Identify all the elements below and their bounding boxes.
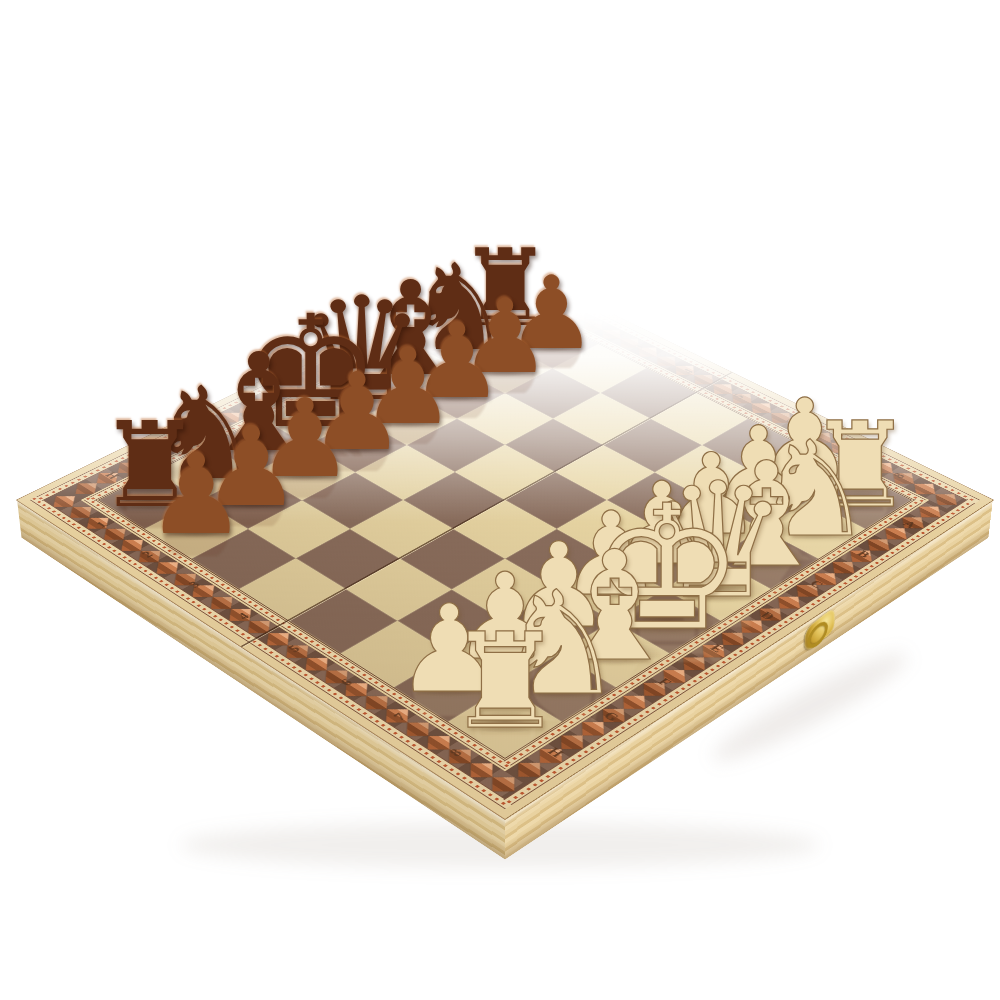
copper-diamond-inlay (239, 403, 258, 413)
copper-diamond-inlay (850, 550, 872, 561)
copper-diamond-inlay (326, 670, 348, 683)
copper-diamond-inlay (75, 483, 96, 493)
coordinate-label-F: F (653, 675, 677, 690)
square-f6 (452, 558, 558, 620)
copper-diamond-inlay (366, 696, 388, 709)
square-d7 (610, 529, 715, 589)
copper-diamond-inlay (407, 722, 429, 735)
coordinate-label-E: E (705, 641, 729, 655)
copper-diamond-inlay (623, 696, 645, 709)
copper-diamond-inlay (493, 777, 515, 791)
copper-diamond-inlay (919, 506, 941, 517)
copper-diamond-inlay (567, 312, 585, 321)
copper-diamond-inlay (663, 670, 685, 683)
border-dotted-strip (503, 499, 922, 765)
copper-diamond-inlay (914, 484, 935, 494)
square-b8 (763, 500, 866, 558)
coordinate-label-A: A (898, 518, 920, 531)
copper-diamond-inlay (499, 278, 516, 286)
copper-diamond-inlay (539, 749, 561, 763)
copper-diamond-inlay (778, 596, 800, 608)
square-e7 (558, 558, 664, 620)
copper-diamond-inlay (852, 453, 873, 463)
coordinate-label-1: 1 (90, 518, 112, 531)
copper-diamond-inlay (122, 540, 144, 551)
border-dotted-strip (30, 496, 513, 809)
coordinate-label-H: H (543, 745, 568, 761)
square-g6 (397, 589, 505, 653)
square-c7 (660, 500, 763, 558)
copper-diamond-inlay (832, 562, 854, 573)
copper-diamond-inlay (814, 573, 836, 585)
square-g7 (450, 621, 560, 687)
copper-diamond-inlay (516, 286, 533, 294)
square-h3 (191, 529, 296, 589)
coordinate-label-3: 3 (183, 578, 206, 591)
coordinate-label-6: 6 (334, 675, 358, 690)
square-h7 (393, 653, 505, 722)
square-g5 (346, 558, 452, 620)
copper-diamond-inlay (683, 657, 705, 670)
square-h2 (144, 500, 247, 558)
coordinate-label-7: 7 (388, 709, 412, 724)
product-photo-stage: 1234567812345678ABCDEFGHABCDEFGH ♜♜♟♟♟♟♜… (0, 0, 1000, 1000)
copper-diamond-inlay (603, 330, 621, 339)
copper-diamond-inlay (752, 403, 771, 413)
copper-diamond-inlay (248, 621, 270, 633)
copper-diamond-inlay (643, 683, 665, 696)
copper-diamond-inlay (561, 735, 583, 749)
square-h4 (239, 558, 345, 620)
copper-diamond-inlay (902, 517, 924, 528)
copper-diamond-inlay (796, 585, 818, 597)
copper-diamond-inlay (306, 658, 328, 671)
copper-diamond-inlay (139, 551, 161, 562)
copper-diamond-inlay (867, 539, 889, 550)
border-dotted-strip (84, 496, 513, 769)
copper-diamond-inlay (478, 286, 495, 294)
copper-diamond-inlay (211, 597, 233, 609)
coordinate-label-C: C (805, 578, 828, 591)
copper-diamond-inlay (157, 562, 179, 573)
copper-diamond-inlay (138, 452, 159, 462)
coordinate-label-2: 2 (136, 548, 159, 561)
chess-board: 1234567812345678ABCDEFGHABCDEFGH (17, 262, 993, 819)
square-h8 (448, 687, 561, 758)
copper-diamond-inlay (426, 312, 444, 321)
square-f7 (505, 589, 613, 653)
copper-diamond-inlay (872, 463, 893, 473)
copper-diamond-inlay (335, 356, 353, 365)
copper-diamond-inlay (471, 763, 493, 777)
square-g4 (296, 529, 401, 589)
copper-diamond-inlay (713, 384, 732, 393)
copper-diamond-inlay (518, 763, 540, 777)
coordinate-label-4: 4 (232, 609, 255, 623)
copper-diamond-inlay (759, 608, 781, 620)
copper-diamond-inlay (230, 609, 252, 621)
square-f8 (560, 621, 670, 687)
square-d8 (664, 558, 770, 620)
square-h5 (289, 589, 397, 653)
copper-diamond-inlay (811, 433, 831, 443)
square-d6 (557, 500, 660, 558)
copper-diamond-inlay (582, 722, 604, 735)
coordinate-label-B: B (852, 548, 875, 561)
copper-diamond-inlay (657, 356, 675, 365)
copper-diamond-inlay (278, 384, 297, 393)
copper-diamond-inlay (449, 749, 471, 763)
border-diamond-strip: 12345678 (44, 490, 526, 799)
border-dotted-strip (503, 499, 975, 805)
copper-diamond-inlay (387, 709, 409, 722)
copper-diamond-inlay (104, 529, 126, 540)
copper-diamond-inlay (346, 683, 368, 696)
copper-diamond-inlay (54, 496, 75, 507)
copper-diamond-inlay (702, 645, 724, 657)
coordinate-label-5: 5 (282, 641, 306, 655)
copper-diamond-inlay (175, 574, 197, 586)
coordinate-label-G: G (598, 709, 622, 724)
coordinate-label-8: 8 (443, 745, 468, 761)
copper-diamond-inlay (550, 303, 567, 312)
copper-diamond-inlay (297, 375, 316, 384)
square-g8 (505, 653, 617, 722)
copper-diamond-inlay (443, 303, 460, 312)
copper-diamond-inlay (179, 432, 199, 442)
copper-diamond-inlay (118, 462, 139, 472)
copper-diamond-inlay (740, 620, 762, 632)
square-f4 (350, 500, 453, 558)
coordinate-label-D: D (756, 609, 779, 623)
copper-diamond-inlay (602, 709, 624, 722)
copper-diamond-inlay (721, 632, 743, 644)
square-e6 (505, 529, 610, 589)
square-c8 (714, 529, 819, 589)
square-e8 (613, 589, 721, 653)
copper-diamond-inlay (287, 645, 309, 657)
board-top-face: 1234567812345678ABCDEFGHABCDEFGH (17, 262, 993, 819)
copper-diamond-inlay (87, 518, 109, 529)
copper-diamond-inlay (70, 507, 92, 518)
copper-diamond-inlay (390, 329, 408, 338)
copper-diamond-inlay (936, 494, 957, 505)
square-g3 (247, 500, 350, 558)
square-e5 (453, 500, 556, 558)
square-h6 (340, 621, 450, 687)
copper-diamond-inlay (267, 633, 289, 645)
copper-diamond-inlay (193, 585, 215, 597)
square-f5 (400, 529, 505, 589)
copper-diamond-inlay (885, 528, 907, 539)
copper-diamond-inlay (428, 736, 450, 750)
board-squares-grid (99, 297, 911, 758)
